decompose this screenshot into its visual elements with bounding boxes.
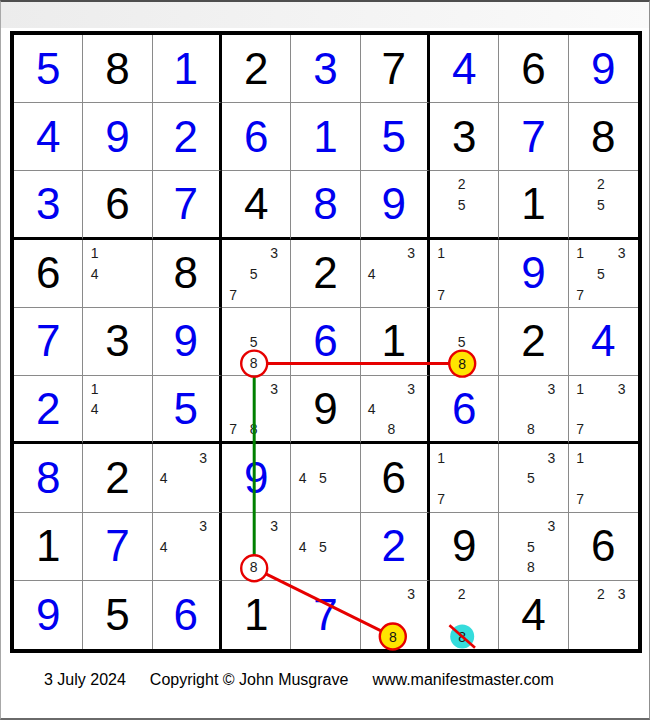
given-digit: 1 <box>14 513 82 580</box>
cell-r1c2[interactable]: 8 <box>83 35 152 103</box>
cell-r4c4[interactable]: 357 <box>222 240 291 308</box>
pencil-marks: 34 <box>153 513 219 580</box>
cell-r3c1[interactable]: 3 <box>14 171 83 239</box>
pencil-marks: 14 <box>83 240 151 307</box>
candidate-7: 7 <box>570 419 591 439</box>
candidate-5: 5 <box>451 195 471 215</box>
pencil-marks: 3 <box>361 581 427 649</box>
candidate-5: 5 <box>590 263 611 284</box>
given-digit: 4 <box>499 581 567 649</box>
window-top-bar <box>1 2 649 28</box>
cell-r8c7[interactable]: 9 <box>430 513 499 581</box>
candidate-1: 1 <box>570 243 591 264</box>
candidate-1: 1 <box>570 379 591 399</box>
cell-r9c6[interactable]: 3 <box>361 581 430 649</box>
cell-r4c9[interactable]: 1357 <box>569 240 638 308</box>
pencil-marks: 17 <box>569 444 638 511</box>
candidate-7: 7 <box>431 284 451 305</box>
solved-digit: 3 <box>291 35 359 102</box>
pencil-marks: 5 <box>430 308 498 375</box>
given-digit: 2 <box>499 308 567 375</box>
solved-digit: 5 <box>361 103 427 170</box>
candidate-4: 4 <box>292 536 312 557</box>
cell-r4c6[interactable]: 34 <box>361 240 430 308</box>
cell-r2c6[interactable]: 5 <box>361 103 430 171</box>
cell-r3c9[interactable]: 25 <box>569 171 638 239</box>
candidate-3: 3 <box>401 584 421 605</box>
solved-digit: 6 <box>222 103 290 170</box>
footer-website: www.manifestmaster.com <box>372 671 553 689</box>
given-digit: 9 <box>291 376 359 441</box>
solved-digit: 1 <box>291 103 359 170</box>
solved-digit: 5 <box>153 376 219 441</box>
solved-digit: 9 <box>569 35 638 102</box>
pencil-marks: 17 <box>430 444 498 511</box>
candidate-3: 3 <box>611 584 632 605</box>
given-digit: 8 <box>569 103 638 170</box>
given-digit: 6 <box>361 444 427 511</box>
solved-digit: 4 <box>569 308 638 375</box>
given-digit: 2 <box>83 444 151 511</box>
candidate-3: 3 <box>401 379 421 399</box>
pencil-marks: 1357 <box>569 240 638 307</box>
cell-r6c9[interactable]: 137 <box>569 376 638 444</box>
cell-r8c8[interactable]: 358 <box>499 513 568 581</box>
candidate-5: 5 <box>243 332 263 353</box>
solved-digit: 7 <box>291 581 359 649</box>
candidate-3: 3 <box>611 243 632 264</box>
pencil-marks: 23 <box>569 581 638 649</box>
candidate-4: 4 <box>154 468 174 489</box>
cell-r8c5[interactable]: 45 <box>291 513 360 581</box>
cell-r2c1[interactable]: 4 <box>14 103 83 171</box>
cell-r8c2[interactable]: 7 <box>83 513 152 581</box>
candidate-4: 4 <box>84 399 104 419</box>
cell-r1c4[interactable]: 2 <box>222 35 291 103</box>
given-digit: 5 <box>83 581 151 649</box>
pencil-marks: 357 <box>222 240 290 307</box>
given-digit: 1 <box>499 171 567 236</box>
cell-r4c2[interactable]: 14 <box>83 240 152 308</box>
cell-r2c9[interactable]: 8 <box>569 103 638 171</box>
pencil-marks: 358 <box>499 513 567 580</box>
cell-r3c2[interactable]: 6 <box>83 171 152 239</box>
cell-r6c4[interactable]: 378 <box>222 376 291 444</box>
solved-digit: 8 <box>291 171 359 236</box>
candidate-1: 1 <box>84 243 104 264</box>
given-digit: 6 <box>83 171 151 236</box>
cell-r6c1[interactable]: 2 <box>14 376 83 444</box>
cell-r8c6[interactable]: 2 <box>361 513 430 581</box>
pencil-marks: 35 <box>499 444 567 511</box>
solved-digit: 5 <box>14 35 82 102</box>
given-digit: 2 <box>291 240 359 307</box>
candidate-2: 2 <box>451 584 471 605</box>
pencil-marks: 17 <box>430 240 498 307</box>
cell-r9c7[interactable]: 2 <box>430 581 499 649</box>
solved-digit: 2 <box>14 376 82 441</box>
cell-r1c3[interactable]: 1 <box>153 35 222 103</box>
pencil-marks: 25 <box>569 171 638 236</box>
cell-r6c8[interactable]: 38 <box>499 376 568 444</box>
cell-r5c9[interactable]: 4 <box>569 308 638 376</box>
sudoku-board: 5812374694926153783674892512561483572341… <box>10 31 642 653</box>
given-digit: 8 <box>83 35 151 102</box>
cell-r5c7[interactable]: 5 <box>430 308 499 376</box>
candidate-8: 8 <box>243 557 263 578</box>
pencil-marks: 378 <box>222 376 290 441</box>
footer: 3 July 2024 Copyright © John Musgrave ww… <box>44 671 554 689</box>
cell-r2c2[interactable]: 9 <box>83 103 152 171</box>
candidate-1: 1 <box>84 379 104 399</box>
cell-r1c7[interactable]: 4 <box>430 35 499 103</box>
cell-r7c9[interactable]: 17 <box>569 444 638 512</box>
solved-digit: 7 <box>153 171 219 236</box>
candidate-2: 2 <box>451 174 471 194</box>
cell-r6c2[interactable]: 14 <box>83 376 152 444</box>
candidate-7: 7 <box>431 489 451 510</box>
pencil-marks: 348 <box>361 376 427 441</box>
candidate-3: 3 <box>541 379 561 399</box>
given-digit: 1 <box>222 581 290 649</box>
cell-r4c7[interactable]: 17 <box>430 240 499 308</box>
candidate-3: 3 <box>541 516 561 537</box>
solved-digit: 9 <box>222 444 290 511</box>
cell-r9c4[interactable]: 1 <box>222 581 291 649</box>
cell-r8c9[interactable]: 6 <box>569 513 638 581</box>
cell-r7c1[interactable]: 8 <box>14 444 83 512</box>
solved-digit: 2 <box>361 513 427 580</box>
cell-r2c4[interactable]: 6 <box>222 103 291 171</box>
candidate-2: 2 <box>590 174 611 194</box>
cell-r5c1[interactable]: 7 <box>14 308 83 376</box>
cell-r6c3[interactable]: 5 <box>153 376 222 444</box>
pencil-marks: 137 <box>569 376 638 441</box>
cell-r4c5[interactable]: 2 <box>291 240 360 308</box>
footer-copyright: Copyright © John Musgrave <box>150 671 349 689</box>
cell-r4c1[interactable]: 6 <box>14 240 83 308</box>
solved-digit: 8 <box>14 444 82 511</box>
cell-r7c4[interactable]: 9 <box>222 444 291 512</box>
solved-digit: 6 <box>430 376 498 441</box>
candidate-7: 7 <box>570 284 591 305</box>
candidate-5: 5 <box>313 536 333 557</box>
solved-digit: 9 <box>153 308 219 375</box>
cell-r8c3[interactable]: 34 <box>153 513 222 581</box>
solved-digit: 1 <box>153 35 219 102</box>
cell-r1c8[interactable]: 6 <box>499 35 568 103</box>
cell-r3c3[interactable]: 7 <box>153 171 222 239</box>
cell-r3c5[interactable]: 8 <box>291 171 360 239</box>
candidate-3: 3 <box>401 243 421 264</box>
pencil-marks: 58 <box>222 308 290 375</box>
given-digit: 7 <box>361 35 427 102</box>
cell-r9c8[interactable]: 4 <box>499 581 568 649</box>
footer-date: 3 July 2024 <box>44 671 126 689</box>
cell-r7c6[interactable]: 6 <box>361 444 430 512</box>
solved-digit: 7 <box>83 513 151 580</box>
cell-r5c5[interactable]: 6 <box>291 308 360 376</box>
cell-r4c3[interactable]: 8 <box>153 240 222 308</box>
cell-r1c1[interactable]: 5 <box>14 35 83 103</box>
cell-r5c8[interactable]: 2 <box>499 308 568 376</box>
cell-r6c5[interactable]: 9 <box>291 376 360 444</box>
solved-digit: 3 <box>14 171 82 236</box>
cell-r7c3[interactable]: 34 <box>153 444 222 512</box>
cell-r7c8[interactable]: 35 <box>499 444 568 512</box>
solved-digit: 4 <box>430 35 498 102</box>
candidate-3: 3 <box>193 516 213 537</box>
cell-r4c8[interactable]: 9 <box>499 240 568 308</box>
cell-r9c5[interactable]: 7 <box>291 581 360 649</box>
candidate-3: 3 <box>193 447 213 468</box>
cell-r7c7[interactable]: 17 <box>430 444 499 512</box>
candidate-3: 3 <box>541 447 561 468</box>
pencil-marks: 34 <box>153 444 219 511</box>
given-digit: 3 <box>83 308 151 375</box>
solved-digit: 9 <box>361 171 427 236</box>
solved-digit: 9 <box>14 581 82 649</box>
pencil-marks: 38 <box>499 376 567 441</box>
pencil-marks: 2 <box>430 581 498 649</box>
pencil-marks: 14 <box>83 376 151 441</box>
given-digit: 1 <box>361 308 427 375</box>
candidate-3: 3 <box>611 379 632 399</box>
candidate-5: 5 <box>521 536 541 557</box>
given-digit: 6 <box>499 35 567 102</box>
cell-r1c5[interactable]: 3 <box>291 35 360 103</box>
cell-r1c6[interactable]: 7 <box>361 35 430 103</box>
cell-r8c1[interactable]: 1 <box>14 513 83 581</box>
candidate-5: 5 <box>590 195 611 215</box>
cell-r9c1[interactable]: 9 <box>14 581 83 649</box>
cell-r5c6[interactable]: 1 <box>361 308 430 376</box>
cell-r5c2[interactable]: 3 <box>83 308 152 376</box>
candidate-3: 3 <box>264 516 284 537</box>
cell-r9c2[interactable]: 5 <box>83 581 152 649</box>
candidate-7: 7 <box>570 489 591 510</box>
cell-r9c3[interactable]: 6 <box>153 581 222 649</box>
cell-r3c4[interactable]: 4 <box>222 171 291 239</box>
given-digit: 4 <box>222 171 290 236</box>
given-digit: 6 <box>569 513 638 580</box>
sudoku-page: 5812374694926153783674892512561483572341… <box>0 0 650 720</box>
pencil-marks: 45 <box>291 444 359 511</box>
cell-r2c5[interactable]: 1 <box>291 103 360 171</box>
candidate-8: 8 <box>521 557 541 578</box>
cell-r6c6[interactable]: 348 <box>361 376 430 444</box>
pencil-marks: 38 <box>222 513 290 580</box>
candidate-1: 1 <box>431 243 451 264</box>
candidate-8: 8 <box>243 419 263 439</box>
cell-r3c7[interactable]: 25 <box>430 171 499 239</box>
candidate-4: 4 <box>154 536 174 557</box>
candidate-8: 8 <box>521 419 541 439</box>
candidate-2: 2 <box>590 584 611 605</box>
solved-digit: 6 <box>291 308 359 375</box>
pencil-marks: 25 <box>430 171 498 236</box>
candidate-7: 7 <box>223 419 243 439</box>
candidate-7: 7 <box>223 284 243 305</box>
solved-digit: 2 <box>153 103 219 170</box>
given-digit: 9 <box>430 513 498 580</box>
solved-digit: 7 <box>499 103 567 170</box>
cell-r7c2[interactable]: 2 <box>83 444 152 512</box>
candidate-4: 4 <box>292 468 312 489</box>
pencil-marks: 34 <box>361 240 427 307</box>
cell-r1c9[interactable]: 9 <box>569 35 638 103</box>
given-digit: 8 <box>153 240 219 307</box>
candidate-5: 5 <box>243 263 263 284</box>
candidate-1: 1 <box>570 447 591 468</box>
cell-r2c3[interactable]: 2 <box>153 103 222 171</box>
solved-digit: 4 <box>14 103 82 170</box>
pencil-marks: 45 <box>291 513 359 580</box>
candidate-3: 3 <box>264 379 284 399</box>
cell-r8c4[interactable]: 38 <box>222 513 291 581</box>
candidate-8: 8 <box>381 419 401 439</box>
solved-digit: 6 <box>153 581 219 649</box>
candidate-1: 1 <box>431 447 451 468</box>
cell-r6c7[interactable]: 6 <box>430 376 499 444</box>
candidate-3: 3 <box>264 243 284 264</box>
cell-r3c8[interactable]: 1 <box>499 171 568 239</box>
candidate-5: 5 <box>451 332 471 353</box>
solved-digit: 9 <box>499 240 567 307</box>
cell-r2c7[interactable]: 3 <box>430 103 499 171</box>
candidate-5: 5 <box>313 468 333 489</box>
given-digit: 6 <box>14 240 82 307</box>
solved-digit: 7 <box>14 308 82 375</box>
candidate-8: 8 <box>243 352 263 373</box>
candidate-4: 4 <box>362 399 382 419</box>
cell-r7c5[interactable]: 45 <box>291 444 360 512</box>
solved-digit: 9 <box>83 103 151 170</box>
candidate-4: 4 <box>84 263 104 284</box>
given-digit: 3 <box>430 103 498 170</box>
candidate-5: 5 <box>521 468 541 489</box>
cell-r5c4[interactable]: 58 <box>222 308 291 376</box>
candidate-4: 4 <box>362 263 382 284</box>
given-digit: 2 <box>222 35 290 102</box>
cell-r3c6[interactable]: 9 <box>361 171 430 239</box>
cell-r9c9[interactable]: 23 <box>569 581 638 649</box>
cell-r5c3[interactable]: 9 <box>153 308 222 376</box>
cell-r2c8[interactable]: 7 <box>499 103 568 171</box>
